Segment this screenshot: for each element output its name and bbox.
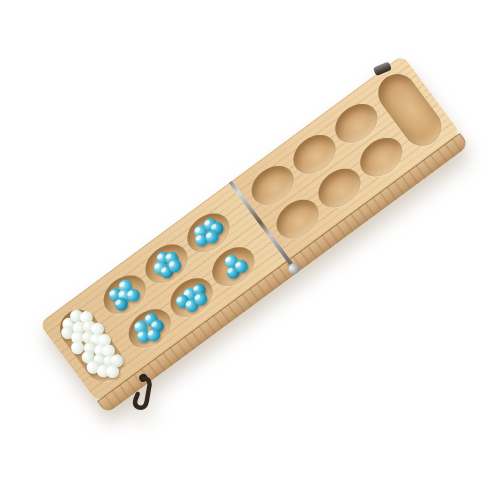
product-photo-scene: [0, 0, 500, 500]
mancala-board: [39, 55, 469, 414]
left-store: [52, 302, 130, 389]
board-face: [39, 55, 461, 403]
board-shadow: [0, 0, 500, 500]
